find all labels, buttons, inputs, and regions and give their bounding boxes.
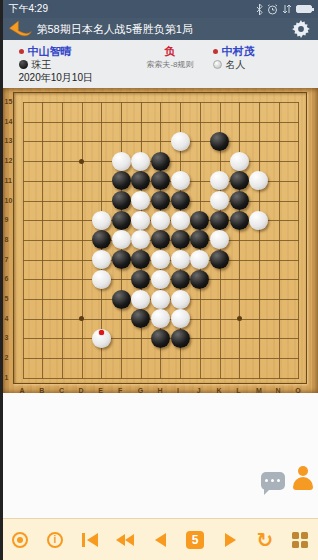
person-icon [298, 466, 308, 476]
playback-toolbar: i 5 ↻ [3, 518, 318, 560]
white-player-bullet-icon [213, 49, 218, 54]
row-label: 15 [5, 98, 13, 105]
row-label: 3 [5, 334, 9, 341]
black-stone-K7 [210, 250, 229, 269]
row-label: 2 [5, 354, 9, 361]
grid-line-h [23, 358, 300, 359]
white-stone-I11 [171, 171, 190, 190]
column-label: D [79, 387, 84, 394]
black-stone-H12 [151, 152, 170, 171]
column-label: G [138, 387, 143, 394]
white-stone-H6 [151, 270, 170, 289]
black-stone-G6 [131, 270, 150, 289]
white-stone-E9 [92, 211, 111, 230]
white-player-title: 名人 [226, 58, 246, 72]
page-title: 第58期日本名人战5番胜负第1局 [37, 22, 292, 37]
match-rule: 索索夫-8规则 [128, 59, 213, 70]
refresh-button[interactable]: ↻ [250, 525, 280, 555]
back-arrow-icon[interactable] [7, 20, 33, 38]
match-date: 2020年10月10日 [19, 71, 128, 85]
black-stone-F11 [112, 171, 131, 190]
black-stone-icon [19, 60, 28, 69]
bluetooth-icon [256, 4, 263, 15]
column-label: B [39, 387, 44, 394]
column-label: O [295, 387, 300, 394]
back-fast-icon [116, 534, 134, 546]
back-button[interactable] [145, 525, 175, 555]
black-stone-H10 [151, 191, 170, 210]
chat-bubble-button[interactable] [261, 472, 285, 490]
white-stone-I4 [171, 309, 190, 328]
column-label: I [177, 387, 179, 394]
white-stone-H9 [151, 211, 170, 230]
row-label: 9 [5, 216, 9, 223]
clock-time: 下午4:29 [9, 2, 48, 16]
black-stone-J6 [190, 270, 209, 289]
black-stone-I3 [171, 329, 190, 348]
to-start-button[interactable] [75, 525, 105, 555]
white-stone-I5 [171, 290, 190, 309]
white-stone-E6 [92, 270, 111, 289]
grid-line-h [23, 378, 300, 379]
info-button[interactable]: i [40, 525, 70, 555]
black-stone-I6 [171, 270, 190, 289]
match-result: 负 [128, 44, 213, 59]
chat-dots-icon [265, 479, 280, 482]
column-label: N [276, 387, 281, 394]
record-button[interactable] [5, 525, 35, 555]
column-label: M [256, 387, 262, 394]
black-stone-H3 [151, 329, 170, 348]
add-person-button[interactable] [291, 466, 315, 492]
game-board[interactable]: 15A14B13C12D11E10F9G8H7I6J5K4L3M2N1O [3, 88, 318, 393]
row-label: 11 [5, 177, 12, 184]
black-stone-L10 [230, 191, 249, 210]
white-stone-G5 [131, 290, 150, 309]
alarm-icon [267, 4, 278, 15]
black-stone-I8 [171, 230, 190, 249]
match-info-panel: 中山智晴 珠王 2020年10月10日 负 索索夫-8规则 中村茂 名人 [3, 40, 318, 88]
battery-icon [296, 5, 312, 13]
white-stone-F12 [112, 152, 131, 171]
grid-line-v [239, 102, 240, 379]
black-stone-L9 [230, 211, 249, 230]
black-player-name[interactable]: 中山智晴 [28, 44, 72, 59]
refresh-icon: ↻ [257, 530, 274, 550]
grid-line-v [298, 102, 299, 379]
white-stone-H7 [151, 250, 170, 269]
column-label: H [157, 387, 162, 394]
white-player-name[interactable]: 中村茂 [222, 44, 255, 59]
row-label: 7 [5, 256, 9, 263]
column-label: L [236, 387, 240, 394]
black-stone-J9 [190, 211, 209, 230]
row-label: 4 [5, 315, 9, 322]
row-label: 1 [5, 374, 9, 381]
row-label: 10 [5, 197, 13, 204]
black-stone-K9 [210, 211, 229, 230]
menu-grid-icon [292, 532, 308, 548]
white-stone-F8 [112, 230, 131, 249]
white-stone-I7 [171, 250, 190, 269]
network-arrows-icon [282, 4, 292, 14]
white-stone-I9 [171, 211, 190, 230]
white-stone-G9 [131, 211, 150, 230]
white-stone-I13 [171, 132, 190, 151]
row-label: 14 [5, 118, 13, 125]
black-stone-F9 [112, 211, 131, 230]
white-stone-G12 [131, 152, 150, 171]
column-label: F [118, 387, 122, 394]
info-icon: i [47, 532, 63, 548]
row-label: 12 [5, 157, 13, 164]
white-stone-icon [213, 60, 222, 69]
grid-line-v [279, 102, 280, 379]
column-label: K [217, 387, 222, 394]
app-window: 下午4:29 第58期日本名人战5番胜负第1局 中山智晴 珠王 [3, 0, 318, 560]
forward-button[interactable] [215, 525, 245, 555]
black-stone-F7 [112, 250, 131, 269]
white-stone-E7 [92, 250, 111, 269]
black-player-title: 珠王 [32, 58, 52, 72]
black-stone-L11 [230, 171, 249, 190]
back-fast-button[interactable] [110, 525, 140, 555]
column-label: C [59, 387, 64, 394]
column-label: J [197, 387, 201, 394]
back-icon [155, 533, 166, 547]
black-player-bullet-icon [19, 49, 24, 54]
gear-icon[interactable] [292, 20, 310, 38]
forward-icon [225, 533, 236, 547]
white-stone-K10 [210, 191, 229, 210]
grid-line-v [259, 102, 260, 379]
title-bar: 第58期日本名人战5番胜负第1局 [3, 18, 318, 40]
count-5-badge: 5 [186, 531, 204, 549]
white-stone-H5 [151, 290, 170, 309]
white-stone-M9 [249, 211, 268, 230]
row-label: 5 [5, 295, 9, 302]
white-stone-H4 [151, 309, 170, 328]
column-label: A [20, 387, 25, 394]
row-label: 8 [5, 236, 9, 243]
star-point [237, 316, 242, 321]
white-stone-L12 [230, 152, 249, 171]
row-label: 13 [5, 137, 13, 144]
black-stone-F10 [112, 191, 131, 210]
menu-button[interactable] [285, 525, 315, 555]
status-bar: 下午4:29 [3, 0, 318, 18]
column-label: E [98, 387, 103, 394]
black-stone-F5 [112, 290, 131, 309]
move-count-button[interactable]: 5 [180, 525, 210, 555]
to-start-icon [82, 533, 98, 547]
record-icon [12, 532, 28, 548]
black-stone-K13 [210, 132, 229, 151]
row-label: 6 [5, 275, 9, 282]
black-stone-I10 [171, 191, 190, 210]
star-point [79, 159, 84, 164]
